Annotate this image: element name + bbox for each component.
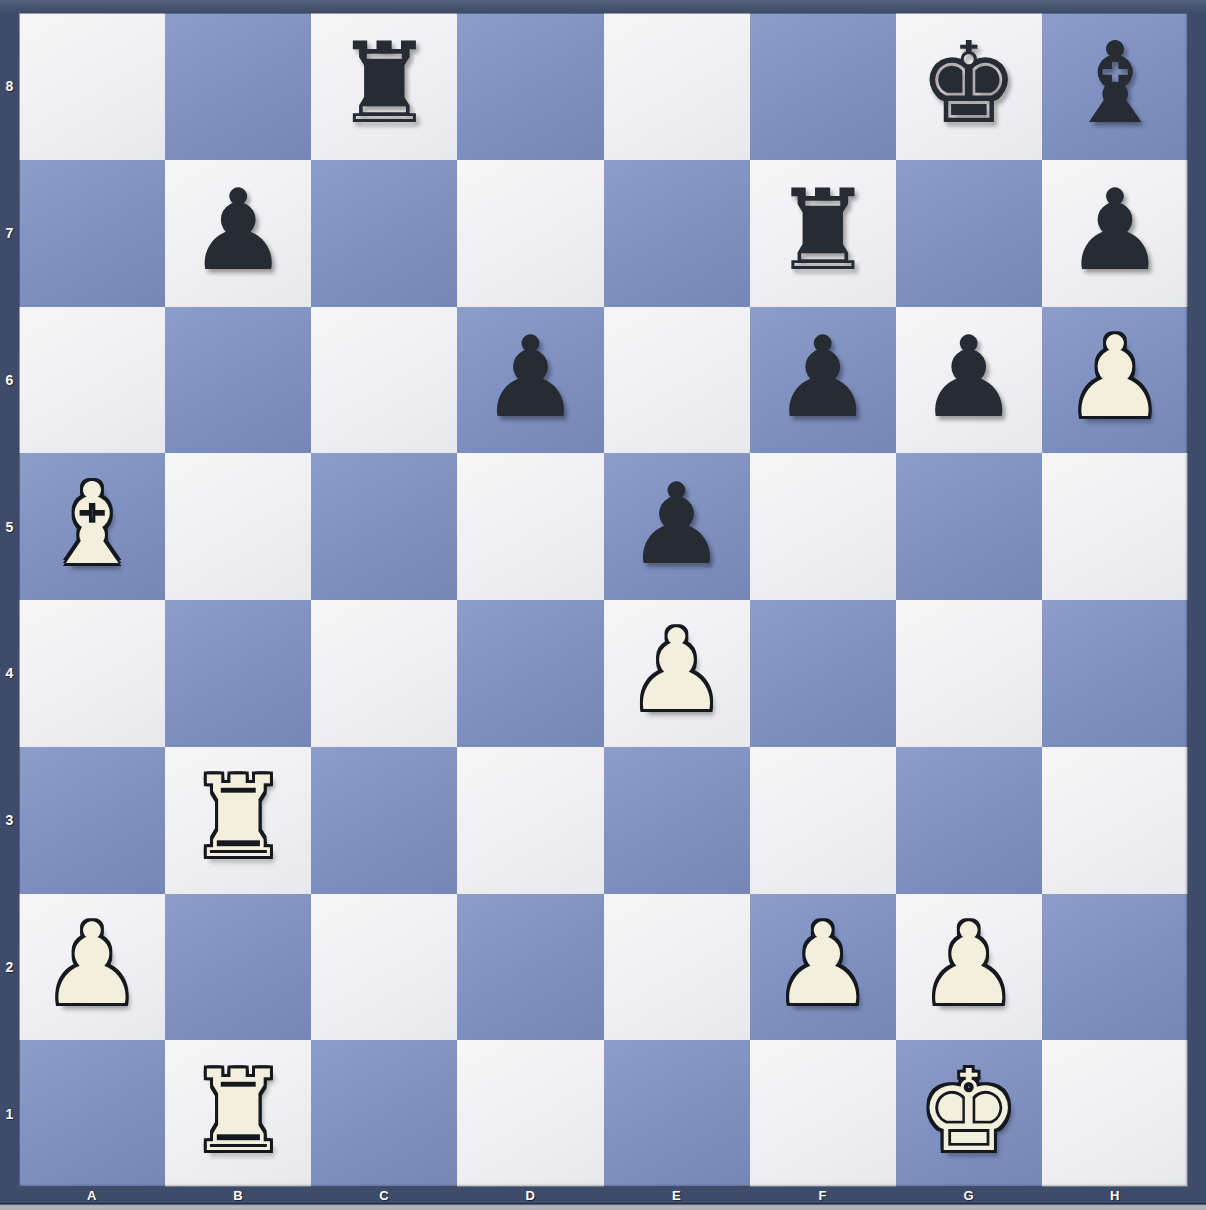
square-d2[interactable] bbox=[457, 894, 603, 1041]
square-e2[interactable] bbox=[604, 894, 750, 1041]
square-c6[interactable] bbox=[311, 307, 457, 454]
square-h1[interactable] bbox=[1042, 1040, 1188, 1187]
piece-black-rook[interactable]: ♜ bbox=[772, 174, 872, 286]
square-g2[interactable]: ♟ bbox=[896, 894, 1042, 1041]
square-d6[interactable]: ♟ bbox=[457, 307, 603, 454]
square-h8[interactable]: ♝ bbox=[1042, 13, 1188, 160]
file-label-a: A bbox=[19, 1187, 165, 1203]
rank-label-5: 5 bbox=[0, 453, 19, 600]
square-d1[interactable] bbox=[457, 1040, 603, 1187]
square-a8[interactable] bbox=[19, 13, 165, 160]
square-c1[interactable] bbox=[311, 1040, 457, 1187]
square-a4[interactable] bbox=[19, 600, 165, 747]
square-g8[interactable]: ♚ bbox=[896, 13, 1042, 160]
square-c2[interactable] bbox=[311, 894, 457, 1041]
square-c3[interactable] bbox=[311, 747, 457, 894]
square-f4[interactable] bbox=[750, 600, 896, 747]
piece-white-pawn[interactable]: ♟ bbox=[626, 614, 726, 726]
rank-label-6: 6 bbox=[0, 307, 19, 454]
piece-white-bishop[interactable]: ♝ bbox=[42, 468, 142, 580]
piece-black-pawn[interactable]: ♟ bbox=[480, 321, 580, 433]
square-b7[interactable]: ♟ bbox=[165, 160, 311, 307]
square-b3[interactable]: ♜ bbox=[165, 747, 311, 894]
square-h3[interactable] bbox=[1042, 747, 1188, 894]
square-f2[interactable]: ♟ bbox=[750, 894, 896, 1041]
piece-white-king[interactable]: ♚ bbox=[919, 1055, 1019, 1167]
square-f5[interactable] bbox=[750, 453, 896, 600]
square-e1[interactable] bbox=[604, 1040, 750, 1187]
square-f1[interactable] bbox=[750, 1040, 896, 1187]
square-b2[interactable] bbox=[165, 894, 311, 1041]
square-g4[interactable] bbox=[896, 600, 1042, 747]
square-d4[interactable] bbox=[457, 600, 603, 747]
square-b8[interactable] bbox=[165, 13, 311, 160]
square-e7[interactable] bbox=[604, 160, 750, 307]
square-a5[interactable]: ♝ bbox=[19, 453, 165, 600]
square-f7[interactable]: ♜ bbox=[750, 160, 896, 307]
file-label-d: D bbox=[457, 1187, 603, 1203]
square-e3[interactable] bbox=[604, 747, 750, 894]
square-e8[interactable] bbox=[604, 13, 750, 160]
rank-label-8: 8 bbox=[0, 13, 19, 160]
file-label-b: B bbox=[165, 1187, 311, 1203]
board-border-top bbox=[0, 0, 1206, 13]
square-g7[interactable] bbox=[896, 160, 1042, 307]
square-h2[interactable] bbox=[1042, 894, 1188, 1041]
square-b1[interactable]: ♜ bbox=[165, 1040, 311, 1187]
piece-black-pawn[interactable]: ♟ bbox=[188, 174, 288, 286]
square-g3[interactable] bbox=[896, 747, 1042, 894]
square-g1[interactable]: ♚ bbox=[896, 1040, 1042, 1187]
file-label-c: C bbox=[311, 1187, 457, 1203]
piece-white-pawn[interactable]: ♟ bbox=[1065, 321, 1165, 433]
square-e4[interactable]: ♟ bbox=[604, 600, 750, 747]
square-c8[interactable]: ♜ bbox=[311, 13, 457, 160]
square-h6[interactable]: ♟ bbox=[1042, 307, 1188, 454]
square-a2[interactable]: ♟ bbox=[19, 894, 165, 1041]
square-f3[interactable] bbox=[750, 747, 896, 894]
square-h5[interactable] bbox=[1042, 453, 1188, 600]
file-label-g: G bbox=[896, 1187, 1042, 1203]
window-bottom-strip bbox=[0, 1203, 1206, 1210]
square-a6[interactable] bbox=[19, 307, 165, 454]
rank-label-4: 4 bbox=[0, 600, 19, 747]
piece-white-pawn[interactable]: ♟ bbox=[919, 908, 1019, 1020]
rank-label-3: 3 bbox=[0, 747, 19, 894]
piece-black-pawn[interactable]: ♟ bbox=[772, 321, 872, 433]
piece-white-pawn[interactable]: ♟ bbox=[772, 908, 872, 1020]
square-d8[interactable] bbox=[457, 13, 603, 160]
piece-black-bishop[interactable]: ♝ bbox=[1065, 27, 1165, 139]
square-d5[interactable] bbox=[457, 453, 603, 600]
square-a7[interactable] bbox=[19, 160, 165, 307]
square-b6[interactable] bbox=[165, 307, 311, 454]
rank-label-2: 2 bbox=[0, 894, 19, 1041]
square-g6[interactable]: ♟ bbox=[896, 307, 1042, 454]
square-c7[interactable] bbox=[311, 160, 457, 307]
piece-black-pawn[interactable]: ♟ bbox=[1065, 174, 1165, 286]
piece-black-pawn[interactable]: ♟ bbox=[919, 321, 1019, 433]
square-b5[interactable] bbox=[165, 453, 311, 600]
square-f8[interactable] bbox=[750, 13, 896, 160]
rank-label-7: 7 bbox=[0, 160, 19, 307]
file-label-h: H bbox=[1042, 1187, 1188, 1203]
square-b4[interactable] bbox=[165, 600, 311, 747]
square-d7[interactable] bbox=[457, 160, 603, 307]
piece-white-rook[interactable]: ♜ bbox=[188, 1055, 288, 1167]
rank-label-1: 1 bbox=[0, 1040, 19, 1187]
square-d3[interactable] bbox=[457, 747, 603, 894]
piece-white-pawn[interactable]: ♟ bbox=[42, 908, 142, 1020]
square-a1[interactable] bbox=[19, 1040, 165, 1187]
square-h7[interactable]: ♟ bbox=[1042, 160, 1188, 307]
piece-white-rook[interactable]: ♜ bbox=[188, 761, 288, 873]
square-a3[interactable] bbox=[19, 747, 165, 894]
square-e6[interactable] bbox=[604, 307, 750, 454]
square-c4[interactable] bbox=[311, 600, 457, 747]
square-f6[interactable]: ♟ bbox=[750, 307, 896, 454]
chess-board: 8 7 6 5 4 3 2 1 A B C D E F G H ♜♚♝♟♜♟♟♟… bbox=[0, 0, 1206, 1210]
file-label-f: F bbox=[750, 1187, 896, 1203]
square-e5[interactable]: ♟ bbox=[604, 453, 750, 600]
piece-black-pawn[interactable]: ♟ bbox=[626, 468, 726, 580]
square-g5[interactable] bbox=[896, 453, 1042, 600]
square-h4[interactable] bbox=[1042, 600, 1188, 747]
file-label-e: E bbox=[604, 1187, 750, 1203]
piece-black-rook[interactable]: ♜ bbox=[334, 27, 434, 139]
piece-black-king[interactable]: ♚ bbox=[919, 27, 1019, 139]
square-c5[interactable] bbox=[311, 453, 457, 600]
